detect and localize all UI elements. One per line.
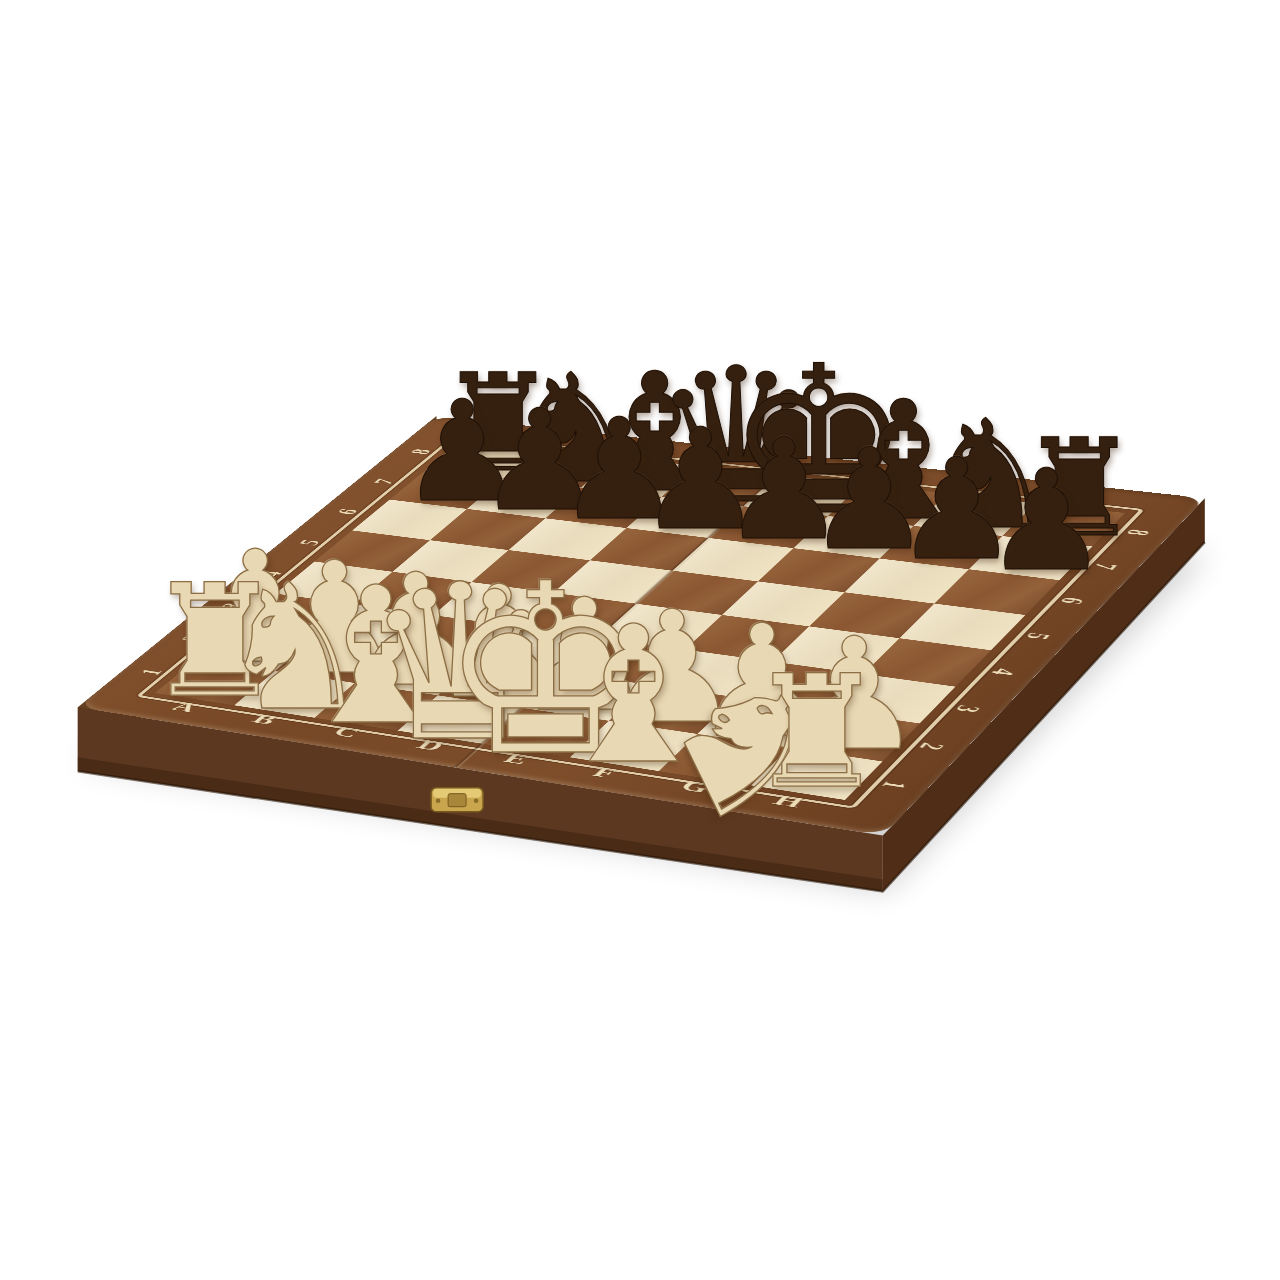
piece-black-pawn-h7[interactable]: ♟ [977, 452, 1117, 592]
piece-white-rook-h1[interactable]: ♜ [739, 655, 894, 810]
pieces-layer: ♜♞♝♛♟♚♟♝♟♞♟♜♟♟♟♟♟♟♟♜♟♞♟♝♟♛♟♚♟♝♞♜ [0, 0, 1280, 1280]
chess-set-photo: ABCDEFGH1234567812345678 ♜♞♝♛♟♚♟♝♟♞♟♜♟♟♟… [0, 0, 1280, 1280]
